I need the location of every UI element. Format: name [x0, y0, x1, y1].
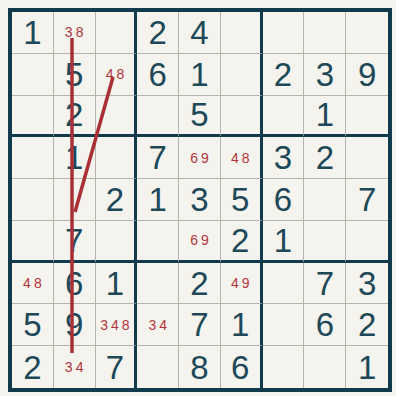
cell-r1c9[interactable] — [346, 12, 388, 54]
given-digit: 3 — [190, 183, 208, 216]
cell-r6c3[interactable] — [96, 221, 138, 263]
given-digit: 3 — [274, 141, 292, 174]
pencil-marks: 34 — [62, 360, 87, 374]
pencil-marks: 49 — [228, 276, 253, 290]
cell-r7c9[interactable]: 3 — [346, 263, 388, 305]
given-digit: 6 — [274, 183, 292, 216]
given-digit: 5 — [190, 98, 208, 131]
cell-r9c7[interactable] — [263, 346, 305, 388]
cell-r4c2[interactable]: 1 — [54, 137, 96, 179]
cell-r8c4[interactable]: 34 — [137, 304, 179, 346]
cell-r8c8[interactable]: 6 — [304, 304, 346, 346]
cell-r3c3[interactable] — [96, 96, 138, 138]
cell-r8c3[interactable]: 348 — [96, 304, 138, 346]
cell-r9c5[interactable]: 8 — [179, 346, 221, 388]
pencil-marks: 48 — [103, 67, 128, 81]
given-digit: 5 — [65, 58, 83, 91]
cell-r8c6[interactable]: 1 — [221, 304, 263, 346]
cell-r8c9[interactable]: 2 — [346, 304, 388, 346]
cell-r4c1[interactable] — [12, 137, 54, 179]
sudoku-board: 1382454861239251176948322135677692148612… — [8, 8, 392, 392]
cell-r9c1[interactable]: 2 — [12, 346, 54, 388]
cell-r1c2[interactable]: 38 — [54, 12, 96, 54]
given-digit: 1 — [23, 16, 41, 49]
cell-r1c4[interactable]: 2 — [137, 12, 179, 54]
cell-r2c3[interactable]: 48 — [96, 54, 138, 96]
cell-r3c1[interactable] — [12, 96, 54, 138]
cell-r6c5[interactable]: 69 — [179, 221, 221, 263]
given-digit: 3 — [358, 267, 376, 300]
cell-r3c7[interactable] — [263, 96, 305, 138]
cell-r5c6[interactable]: 5 — [221, 179, 263, 221]
cell-r5c7[interactable]: 6 — [263, 179, 305, 221]
cell-r3c8[interactable]: 1 — [304, 96, 346, 138]
pencil-marks: 38 — [62, 25, 87, 39]
pencil-marks: 69 — [187, 233, 212, 247]
given-digit: 2 — [23, 351, 41, 384]
cell-r8c5[interactable]: 7 — [179, 304, 221, 346]
cell-r1c1[interactable]: 1 — [12, 12, 54, 54]
cell-r7c2[interactable]: 6 — [54, 263, 96, 305]
cell-r4c7[interactable]: 3 — [263, 137, 305, 179]
cell-r2c7[interactable]: 2 — [263, 54, 305, 96]
cell-r4c3[interactable] — [96, 137, 138, 179]
given-digit: 3 — [316, 58, 334, 91]
cell-r3c4[interactable] — [137, 96, 179, 138]
cell-r6c9[interactable] — [346, 221, 388, 263]
cell-r2c4[interactable]: 6 — [137, 54, 179, 96]
cell-r9c9[interactable]: 1 — [346, 346, 388, 388]
given-digit: 7 — [358, 183, 376, 216]
cell-r5c4[interactable]: 1 — [137, 179, 179, 221]
cell-r2c5[interactable]: 1 — [179, 54, 221, 96]
cell-r9c2[interactable]: 34 — [54, 346, 96, 388]
cell-r3c6[interactable] — [221, 96, 263, 138]
given-digit: 8 — [190, 351, 208, 384]
pencil-marks: 48 — [20, 276, 45, 290]
given-digit: 2 — [106, 183, 124, 216]
cell-r2c1[interactable] — [12, 54, 54, 96]
pencil-marks: 69 — [187, 151, 212, 165]
cell-r5c5[interactable]: 3 — [179, 179, 221, 221]
cell-r2c8[interactable]: 3 — [304, 54, 346, 96]
cell-r5c2[interactable] — [54, 179, 96, 221]
cell-r5c3[interactable]: 2 — [96, 179, 138, 221]
given-digit: 9 — [358, 58, 376, 91]
given-digit: 4 — [190, 16, 208, 49]
given-digit: 1 — [358, 351, 376, 384]
given-digit: 1 — [274, 224, 292, 257]
cell-r9c6[interactable]: 6 — [221, 346, 263, 388]
cell-r6c6[interactable]: 2 — [221, 221, 263, 263]
cell-r1c3[interactable] — [96, 12, 138, 54]
given-digit: 1 — [65, 141, 83, 174]
given-digit: 2 — [231, 224, 249, 257]
cell-r1c7[interactable] — [263, 12, 305, 54]
cell-r8c7[interactable] — [263, 304, 305, 346]
given-digit: 1 — [149, 183, 167, 216]
cell-r6c1[interactable] — [12, 221, 54, 263]
cell-r3c2[interactable]: 2 — [54, 96, 96, 138]
pencil-marks: 348 — [97, 318, 132, 332]
cell-r7c6[interactable]: 49 — [221, 263, 263, 305]
cell-r8c1[interactable]: 5 — [12, 304, 54, 346]
given-digit: 5 — [231, 183, 249, 216]
cell-r4c4[interactable]: 7 — [137, 137, 179, 179]
given-digit: 6 — [65, 267, 83, 300]
cell-r7c5[interactable]: 2 — [179, 263, 221, 305]
pencil-marks: 34 — [145, 318, 170, 332]
cell-r2c2[interactable]: 5 — [54, 54, 96, 96]
given-digit: 1 — [106, 267, 124, 300]
cell-r4c8[interactable]: 2 — [304, 137, 346, 179]
cell-r4c9[interactable] — [346, 137, 388, 179]
cell-r6c4[interactable] — [137, 221, 179, 263]
cell-r3c5[interactable]: 5 — [179, 96, 221, 138]
cell-r8c2[interactable]: 9 — [54, 304, 96, 346]
given-digit: 1 — [231, 308, 249, 341]
cell-r9c4[interactable] — [137, 346, 179, 388]
given-digit: 2 — [149, 16, 167, 49]
cell-r2c6[interactable] — [221, 54, 263, 96]
given-digit: 6 — [231, 351, 249, 384]
cell-r6c2[interactable]: 7 — [54, 221, 96, 263]
given-digit: 7 — [190, 308, 208, 341]
cell-r9c8[interactable] — [304, 346, 346, 388]
cell-r6c7[interactable]: 1 — [263, 221, 305, 263]
given-digit: 1 — [316, 98, 334, 131]
given-digit: 5 — [23, 308, 41, 341]
cell-r1c8[interactable] — [304, 12, 346, 54]
given-digit: 7 — [316, 267, 334, 300]
given-digit: 2 — [316, 141, 334, 174]
cell-r5c1[interactable] — [12, 179, 54, 221]
cell-r5c9[interactable]: 7 — [346, 179, 388, 221]
cell-r2c9[interactable]: 9 — [346, 54, 388, 96]
given-digit: 6 — [149, 58, 167, 91]
cell-r7c1[interactable]: 48 — [12, 263, 54, 305]
given-digit: 7 — [65, 224, 83, 257]
given-digit: 2 — [274, 58, 292, 91]
cell-r7c7[interactable] — [263, 263, 305, 305]
cell-r4c6[interactable]: 48 — [221, 137, 263, 179]
cell-r6c8[interactable] — [304, 221, 346, 263]
given-digit: 6 — [316, 308, 334, 341]
given-digit: 2 — [190, 267, 208, 300]
cell-r7c8[interactable]: 7 — [304, 263, 346, 305]
cell-r5c8[interactable] — [304, 179, 346, 221]
cell-r4c5[interactable]: 69 — [179, 137, 221, 179]
given-digit: 2 — [358, 308, 376, 341]
given-digit: 7 — [106, 351, 124, 384]
cell-r7c3[interactable]: 1 — [96, 263, 138, 305]
given-digit: 2 — [65, 98, 83, 131]
cell-r3c9[interactable] — [346, 96, 388, 138]
cell-r1c5[interactable]: 4 — [179, 12, 221, 54]
sudoku-app: 1382454861239251176948322135677692148612… — [0, 0, 396, 396]
cell-r1c6[interactable] — [221, 12, 263, 54]
given-digit: 9 — [65, 308, 83, 341]
cell-r9c3[interactable]: 7 — [96, 346, 138, 388]
cell-r7c4[interactable] — [137, 263, 179, 305]
given-digit: 7 — [149, 141, 167, 174]
given-digit: 1 — [190, 58, 208, 91]
pencil-marks: 48 — [228, 151, 253, 165]
